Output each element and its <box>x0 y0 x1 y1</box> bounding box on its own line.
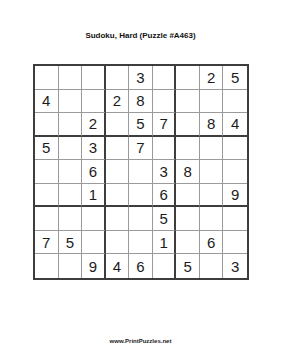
sudoku-cell-r7c1[interactable] <box>35 207 59 231</box>
sudoku-cell-r4c1[interactable]: 5 <box>35 137 59 161</box>
sudoku-cell-r6c9[interactable]: 9 <box>223 184 247 208</box>
sudoku-cell-r4c6[interactable] <box>153 137 177 161</box>
sudoku-cell-r5c6[interactable]: 3 <box>153 160 177 184</box>
sudoku-page: Sudoku, Hard (Puzzle #A463) 325428257845… <box>0 0 281 363</box>
sudoku-cell-r6c8[interactable] <box>200 184 224 208</box>
sudoku-cell-r3c6[interactable]: 7 <box>153 113 177 137</box>
sudoku-cell-r2c2[interactable] <box>59 90 83 114</box>
sudoku-cell-r6c3[interactable]: 1 <box>82 184 106 208</box>
sudoku-cell-r6c1[interactable] <box>35 184 59 208</box>
sudoku-cell-r2c8[interactable] <box>200 90 224 114</box>
sudoku-cell-r2c3[interactable] <box>82 90 106 114</box>
sudoku-cell-r3c8[interactable]: 8 <box>200 113 224 137</box>
sudoku-cell-r6c5[interactable] <box>129 184 153 208</box>
sudoku-cell-r9c6[interactable] <box>153 254 177 278</box>
sudoku-cell-r3c3[interactable]: 2 <box>82 113 106 137</box>
sudoku-cell-r9c4[interactable]: 4 <box>106 254 130 278</box>
sudoku-cell-r7c8[interactable] <box>200 207 224 231</box>
sudoku-cell-r6c6[interactable]: 6 <box>153 184 177 208</box>
sudoku-cell-r6c7[interactable] <box>176 184 200 208</box>
sudoku-cell-r8c2[interactable]: 5 <box>59 231 83 255</box>
page-title: Sudoku, Hard (Puzzle #A463) <box>0 31 281 40</box>
sudoku-cell-r9c7[interactable]: 5 <box>176 254 200 278</box>
sudoku-cell-r8c4[interactable] <box>106 231 130 255</box>
sudoku-cell-r9c8[interactable] <box>200 254 224 278</box>
sudoku-cell-r3c4[interactable] <box>106 113 130 137</box>
sudoku-cell-r4c2[interactable] <box>59 137 83 161</box>
sudoku-cell-r5c3[interactable]: 6 <box>82 160 106 184</box>
sudoku-cell-r7c7[interactable] <box>176 207 200 231</box>
sudoku-cell-r4c5[interactable]: 7 <box>129 137 153 161</box>
sudoku-cell-r4c3[interactable]: 3 <box>82 137 106 161</box>
sudoku-cell-r3c7[interactable] <box>176 113 200 137</box>
sudoku-cell-r8c6[interactable]: 1 <box>153 231 177 255</box>
sudoku-cell-r1c3[interactable] <box>82 66 106 90</box>
sudoku-cell-r7c4[interactable] <box>106 207 130 231</box>
sudoku-cell-r4c8[interactable] <box>200 137 224 161</box>
sudoku-cell-r5c5[interactable] <box>129 160 153 184</box>
sudoku-cell-r1c8[interactable]: 2 <box>200 66 224 90</box>
sudoku-cell-r5c4[interactable] <box>106 160 130 184</box>
sudoku-cell-r2c4[interactable]: 2 <box>106 90 130 114</box>
sudoku-cell-r1c6[interactable] <box>153 66 177 90</box>
sudoku-cell-r1c5[interactable]: 3 <box>129 66 153 90</box>
sudoku-cell-r7c5[interactable] <box>129 207 153 231</box>
sudoku-cell-r6c4[interactable] <box>106 184 130 208</box>
sudoku-cell-r8c9[interactable] <box>223 231 247 255</box>
sudoku-cell-r2c5[interactable]: 8 <box>129 90 153 114</box>
sudoku-cell-r9c2[interactable] <box>59 254 83 278</box>
sudoku-cell-r1c1[interactable] <box>35 66 59 90</box>
sudoku-cell-r8c8[interactable]: 6 <box>200 231 224 255</box>
sudoku-cell-r2c1[interactable]: 4 <box>35 90 59 114</box>
sudoku-cell-r4c7[interactable] <box>176 137 200 161</box>
sudoku-cell-r3c9[interactable]: 4 <box>223 113 247 137</box>
sudoku-cell-r2c7[interactable] <box>176 90 200 114</box>
sudoku-cell-r9c5[interactable]: 6 <box>129 254 153 278</box>
footer-site-label: www.PrintPuzzles.net <box>0 338 281 344</box>
sudoku-cell-r7c2[interactable] <box>59 207 83 231</box>
sudoku-cell-r5c1[interactable] <box>35 160 59 184</box>
sudoku-cell-r6c2[interactable] <box>59 184 83 208</box>
sudoku-cell-r8c1[interactable]: 7 <box>35 231 59 255</box>
sudoku-cell-r8c3[interactable] <box>82 231 106 255</box>
sudoku-cell-r9c1[interactable] <box>35 254 59 278</box>
sudoku-cell-r4c9[interactable] <box>223 137 247 161</box>
sudoku-cell-r7c6[interactable]: 5 <box>153 207 177 231</box>
sudoku-cell-r8c5[interactable] <box>129 231 153 255</box>
sudoku-cell-r7c3[interactable] <box>82 207 106 231</box>
sudoku-cell-r3c5[interactable]: 5 <box>129 113 153 137</box>
sudoku-cell-r2c9[interactable] <box>223 90 247 114</box>
sudoku-cell-r5c8[interactable] <box>200 160 224 184</box>
sudoku-cell-r9c9[interactable]: 3 <box>223 254 247 278</box>
sudoku-cell-r3c1[interactable] <box>35 113 59 137</box>
sudoku-cell-r7c9[interactable] <box>223 207 247 231</box>
sudoku-cell-r1c7[interactable] <box>176 66 200 90</box>
sudoku-cell-r1c4[interactable] <box>106 66 130 90</box>
sudoku-board: 325428257845376381695751694653 <box>33 64 249 280</box>
sudoku-cell-r3c2[interactable] <box>59 113 83 137</box>
sudoku-cell-r9c3[interactable]: 9 <box>82 254 106 278</box>
sudoku-cell-r4c4[interactable] <box>106 137 130 161</box>
sudoku-cell-r5c2[interactable] <box>59 160 83 184</box>
sudoku-cell-r2c6[interactable] <box>153 90 177 114</box>
sudoku-cell-r1c9[interactable]: 5 <box>223 66 247 90</box>
sudoku-cell-r5c9[interactable] <box>223 160 247 184</box>
sudoku-cell-r8c7[interactable] <box>176 231 200 255</box>
sudoku-cell-r5c7[interactable]: 8 <box>176 160 200 184</box>
sudoku-cell-r1c2[interactable] <box>59 66 83 90</box>
